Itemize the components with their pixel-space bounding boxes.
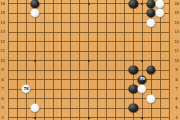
- row-label-left: 10: [0, 59, 5, 63]
- row-label-right: 13: [174, 30, 179, 34]
- black-stone-r9[interactable]: [147, 66, 156, 75]
- row-label-left: 13: [0, 30, 5, 34]
- black-stone-p5[interactable]: [129, 104, 138, 113]
- row-label-left: 6: [1, 97, 3, 101]
- black-stone-r16[interactable]: [147, 0, 156, 8]
- grid-line-horizontal: [8, 22, 170, 23]
- grid-line-horizontal: [8, 51, 170, 52]
- row-label-left: 8: [1, 78, 3, 82]
- star-point: [88, 60, 90, 62]
- white-stone-r6[interactable]: [147, 94, 156, 103]
- row-label-left: 7: [1, 87, 3, 91]
- black-stone-p16[interactable]: [129, 0, 138, 8]
- row-label-left: 14: [0, 21, 5, 25]
- row-label-right: 15: [174, 11, 179, 15]
- row-label-left: 11: [0, 49, 5, 53]
- row-label-left: 9: [1, 68, 3, 72]
- move-number-label: 78: [24, 87, 29, 91]
- grid-line-horizontal: [8, 70, 170, 71]
- row-label-right: 6: [175, 97, 177, 101]
- grid-line-horizontal: [8, 32, 170, 33]
- row-label-left: 16: [0, 2, 5, 6]
- star-point: [141, 3, 143, 5]
- star-point: [88, 3, 90, 5]
- row-label-right: 12: [174, 40, 179, 44]
- star-point: [34, 60, 36, 62]
- black-stone-p9[interactable]: [129, 66, 138, 75]
- row-label-right: 4: [175, 116, 177, 120]
- white-stone-c7[interactable]: 78: [21, 85, 30, 94]
- move-number-label: 79: [140, 78, 145, 82]
- white-stone-s15[interactable]: [156, 9, 165, 18]
- white-stone-d15[interactable]: [30, 9, 39, 18]
- grid-line-horizontal: [8, 41, 170, 42]
- star-point: [141, 117, 143, 119]
- star-point: [88, 117, 90, 119]
- row-label-left: 4: [1, 116, 3, 120]
- row-label-right: 11: [174, 49, 179, 53]
- black-stone-p7[interactable]: [129, 85, 138, 94]
- go-board[interactable]: 1615141312111098765416151413121110987654…: [0, 0, 180, 120]
- row-label-right: 14: [174, 21, 179, 25]
- white-stone-r14[interactable]: [147, 18, 156, 27]
- star-point: [141, 60, 143, 62]
- black-stone-r15[interactable]: [147, 9, 156, 18]
- row-label-right: 5: [175, 106, 177, 110]
- star-point: [34, 117, 36, 119]
- row-label-right: 16: [174, 2, 179, 6]
- row-label-right: 8: [175, 78, 177, 82]
- white-stone-s16[interactable]: [156, 0, 165, 8]
- black-stone-d16[interactable]: [30, 0, 39, 8]
- row-label-right: 7: [175, 87, 177, 91]
- black-stone-q8[interactable]: 79: [138, 75, 147, 84]
- row-label-right: 10: [174, 59, 179, 63]
- row-label-left: 5: [1, 106, 3, 110]
- grid-line-horizontal: [8, 98, 170, 99]
- white-stone-q7[interactable]: [138, 85, 147, 94]
- row-label-right: 9: [175, 68, 177, 72]
- row-label-left: 15: [0, 11, 5, 15]
- row-label-left: 12: [0, 40, 5, 44]
- white-stone-d5[interactable]: [30, 104, 39, 113]
